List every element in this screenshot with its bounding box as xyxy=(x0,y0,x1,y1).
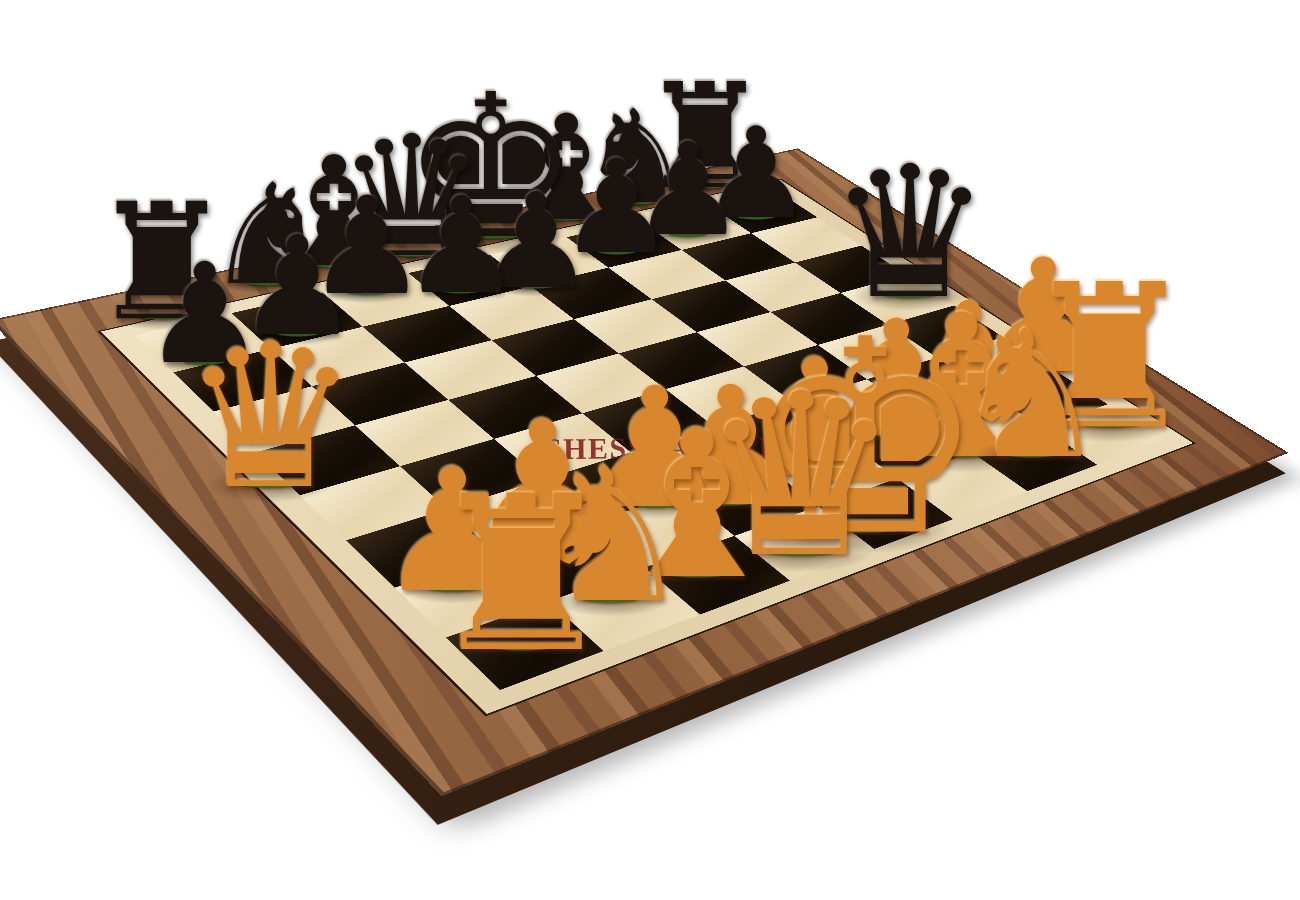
pieces-layer: ♜♞♝♛♚♝♞♜♟♟♟♟♟♟♟♟♛♛♜♞♝♛♚♝♞♜♟♟♟♟♟♟♟♟ xyxy=(0,0,1300,900)
scene: CHESSBAZAAR® ♜♞♝♛♚♝♞♜♟♟♟♟♟♟♟♟♛♛♜♞♝♛♚♝♞♜♟… xyxy=(0,0,1300,900)
white-rook-glyph: ♜ xyxy=(425,467,617,682)
white-queen-glyph: ♛ xyxy=(181,318,360,517)
